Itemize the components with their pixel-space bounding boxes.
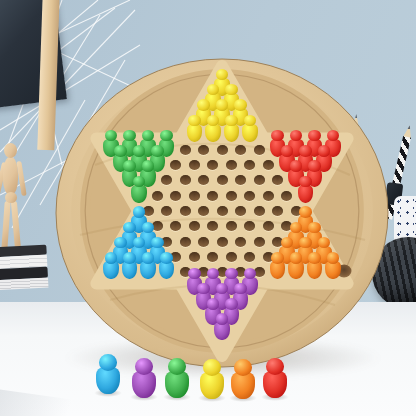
hole[interactable] <box>244 160 255 170</box>
peg-orange[interactable] <box>306 252 323 279</box>
peg-head <box>114 237 127 249</box>
spare-peg-purple[interactable] <box>131 358 157 399</box>
peg-head <box>290 252 303 264</box>
hole[interactable] <box>244 252 255 262</box>
hole[interactable] <box>180 145 191 155</box>
peg-red[interactable] <box>297 176 314 203</box>
peg-head <box>327 252 340 264</box>
hole[interactable] <box>217 175 228 185</box>
hole[interactable] <box>198 175 209 185</box>
peg-head <box>151 237 164 249</box>
peg-head <box>197 99 210 111</box>
peg-body <box>298 185 314 203</box>
hole[interactable] <box>207 160 218 170</box>
peg-head <box>133 145 146 157</box>
peg-body <box>205 124 221 142</box>
peg-green[interactable] <box>130 176 147 203</box>
hole[interactable] <box>281 191 292 201</box>
peg-head <box>299 176 312 188</box>
peg-head <box>142 252 155 264</box>
peg-head <box>207 298 220 310</box>
peg-yellow[interactable] <box>241 115 258 142</box>
peg-head <box>225 84 238 96</box>
peg-head <box>244 268 257 280</box>
peg-head <box>203 359 222 376</box>
peg-body <box>224 124 240 142</box>
peg-yellow[interactable] <box>223 115 240 142</box>
peg-head <box>234 99 247 111</box>
hole[interactable] <box>235 175 246 185</box>
hole[interactable] <box>180 206 191 216</box>
peg-head <box>123 222 136 234</box>
hole[interactable] <box>189 191 200 201</box>
hole[interactable] <box>244 221 255 231</box>
pieces-layer <box>0 0 416 416</box>
peg-body <box>103 261 119 279</box>
peg-body <box>132 371 155 398</box>
peg-orange[interactable] <box>325 252 342 279</box>
hole[interactable] <box>254 206 265 216</box>
peg-head <box>271 252 284 264</box>
peg-head <box>290 160 303 172</box>
peg-head <box>142 160 155 172</box>
peg-head <box>308 160 321 172</box>
hole[interactable] <box>235 145 246 155</box>
peg-head <box>123 130 136 142</box>
peg-body <box>288 261 304 279</box>
peg-head <box>114 145 127 157</box>
peg-head <box>216 99 229 111</box>
spare-peg-yellow[interactable] <box>199 359 225 400</box>
peg-body <box>263 371 286 398</box>
peg-body <box>270 261 286 279</box>
peg-body <box>307 261 323 279</box>
peg-head <box>123 160 136 172</box>
scene <box>0 0 416 416</box>
peg-head <box>299 206 312 218</box>
hole[interactable] <box>180 175 191 185</box>
peg-body <box>187 124 203 142</box>
spare-peg-green[interactable] <box>164 358 190 399</box>
hole[interactable] <box>198 206 209 216</box>
hole[interactable] <box>198 145 209 155</box>
peg-blue[interactable] <box>158 252 175 279</box>
peg-body <box>96 367 119 394</box>
hole[interactable] <box>272 206 283 216</box>
peg-head <box>299 237 312 249</box>
hole[interactable] <box>198 237 209 247</box>
hole[interactable] <box>207 252 218 262</box>
peg-body <box>131 185 147 203</box>
peg-head <box>225 268 238 280</box>
peg-orange[interactable] <box>269 252 286 279</box>
hole[interactable] <box>170 191 181 201</box>
hole[interactable] <box>272 175 283 185</box>
hole[interactable] <box>235 237 246 247</box>
peg-head <box>299 145 312 157</box>
peg-head <box>225 115 238 127</box>
peg-head <box>188 115 201 127</box>
peg-head <box>133 176 146 188</box>
peg-body <box>242 124 258 142</box>
peg-head <box>133 206 146 218</box>
hole[interactable] <box>226 160 237 170</box>
peg-blue[interactable] <box>121 252 138 279</box>
peg-head <box>318 145 331 157</box>
hole[interactable] <box>189 252 200 262</box>
hole[interactable] <box>217 145 228 155</box>
peg-yellow[interactable] <box>204 115 221 142</box>
spare-peg-blue[interactable] <box>95 354 121 395</box>
peg-body <box>325 261 341 279</box>
hole[interactable] <box>263 191 274 201</box>
peg-head <box>188 268 201 280</box>
peg-purple[interactable] <box>214 313 231 340</box>
hole[interactable] <box>235 206 246 216</box>
peg-head <box>234 283 247 295</box>
peg-head <box>234 359 253 376</box>
hole[interactable] <box>207 191 218 201</box>
peg-head <box>308 130 321 142</box>
peg-head <box>135 358 154 375</box>
hole[interactable] <box>170 221 181 231</box>
hole[interactable] <box>189 221 200 231</box>
hole[interactable] <box>217 237 228 247</box>
peg-head <box>123 252 136 264</box>
hole[interactable] <box>254 145 265 155</box>
hole[interactable] <box>207 221 218 231</box>
peg-head <box>216 313 229 325</box>
peg-body <box>140 261 156 279</box>
hole[interactable] <box>254 175 265 185</box>
peg-head <box>105 252 118 264</box>
hole[interactable] <box>152 191 163 201</box>
hole[interactable] <box>263 221 274 231</box>
peg-blue[interactable] <box>103 252 120 279</box>
peg-head <box>271 130 284 142</box>
spare-peg-red[interactable] <box>262 358 288 399</box>
peg-head <box>168 358 187 375</box>
peg-body <box>231 372 254 399</box>
peg-head <box>225 298 238 310</box>
spare-peg-orange[interactable] <box>230 359 256 400</box>
peg-yellow[interactable] <box>186 115 203 142</box>
peg-head <box>281 145 294 157</box>
peg-body <box>159 261 175 279</box>
peg-blue[interactable] <box>140 252 157 279</box>
hole[interactable] <box>189 160 200 170</box>
hole[interactable] <box>180 237 191 247</box>
peg-head <box>207 115 220 127</box>
peg-head <box>308 222 321 234</box>
hole[interactable] <box>263 160 274 170</box>
hole[interactable] <box>226 191 237 201</box>
peg-body <box>122 261 138 279</box>
peg-head <box>308 252 321 264</box>
hole[interactable] <box>244 191 255 201</box>
peg-head <box>266 358 285 375</box>
peg-body <box>200 372 223 399</box>
peg-body <box>165 371 188 398</box>
hole[interactable] <box>161 175 172 185</box>
peg-orange[interactable] <box>288 252 305 279</box>
peg-body <box>214 322 230 340</box>
hole[interactable] <box>226 221 237 231</box>
peg-head <box>99 354 118 371</box>
peg-head <box>197 283 210 295</box>
hole[interactable] <box>254 237 265 247</box>
peg-head <box>160 252 173 264</box>
hole[interactable] <box>161 206 172 216</box>
peg-head <box>207 268 220 280</box>
hole[interactable] <box>217 206 228 216</box>
peg-head <box>151 145 164 157</box>
hole[interactable] <box>170 160 181 170</box>
hole[interactable] <box>226 252 237 262</box>
peg-head <box>244 115 257 127</box>
peg-head <box>160 130 173 142</box>
